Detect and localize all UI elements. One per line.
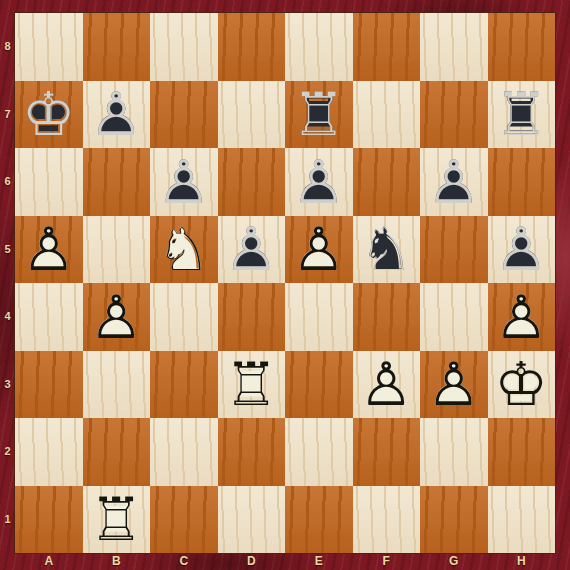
square-f1[interactable] xyxy=(353,486,421,554)
piece-white-king-h3[interactable]: ♚♔ xyxy=(488,351,556,419)
file-label-b: B xyxy=(83,553,151,570)
rank-label-3: 3 xyxy=(0,351,15,419)
square-b4[interactable]: ♟♙ xyxy=(83,283,151,351)
square-b8[interactable] xyxy=(83,13,151,81)
square-d7[interactable] xyxy=(218,81,286,149)
square-h7[interactable]: ♜♖ xyxy=(488,81,556,149)
square-a7[interactable]: ♚♔ xyxy=(15,81,83,149)
rank-label-1: 1 xyxy=(0,486,15,554)
square-f8[interactable] xyxy=(353,13,421,81)
square-c1[interactable] xyxy=(150,486,218,554)
square-b6[interactable] xyxy=(83,148,151,216)
square-f3[interactable]: ♟♙ xyxy=(353,351,421,419)
square-g2[interactable] xyxy=(420,418,488,486)
square-c3[interactable] xyxy=(150,351,218,419)
piece-glyph-outline: ♖ xyxy=(285,81,353,149)
square-d3[interactable]: ♜♖ xyxy=(218,351,286,419)
piece-white-pawn-g3[interactable]: ♟♙ xyxy=(420,351,488,419)
piece-glyph-outline: ♙ xyxy=(420,148,488,216)
square-e5[interactable]: ♟♙ xyxy=(285,216,353,284)
square-f2[interactable] xyxy=(353,418,421,486)
square-c2[interactable] xyxy=(150,418,218,486)
square-e4[interactable] xyxy=(285,283,353,351)
piece-glyph-outline: ♙ xyxy=(353,351,421,419)
file-label-d: D xyxy=(218,553,286,570)
square-e7[interactable]: ♜♖ xyxy=(285,81,353,149)
piece-glyph-outline: ♔ xyxy=(15,81,83,149)
square-g6[interactable]: ♟♙ xyxy=(420,148,488,216)
file-label-a: A xyxy=(15,553,83,570)
piece-black-pawn-e6[interactable]: ♟♙ xyxy=(285,148,353,216)
square-d6[interactable] xyxy=(218,148,286,216)
square-a4[interactable] xyxy=(15,283,83,351)
piece-white-pawn-a5[interactable]: ♟♙ xyxy=(15,216,83,284)
square-a6[interactable] xyxy=(15,148,83,216)
square-h3[interactable]: ♚♔ xyxy=(488,351,556,419)
square-g1[interactable] xyxy=(420,486,488,554)
piece-glyph-outline: ♖ xyxy=(488,81,556,149)
square-f4[interactable] xyxy=(353,283,421,351)
piece-glyph-outline: ♙ xyxy=(285,216,353,284)
square-c4[interactable] xyxy=(150,283,218,351)
square-f5[interactable]: ♞♘ xyxy=(353,216,421,284)
piece-black-pawn-c6[interactable]: ♟♙ xyxy=(150,148,218,216)
square-e2[interactable] xyxy=(285,418,353,486)
piece-glyph-outline: ♙ xyxy=(488,283,556,351)
square-a1[interactable] xyxy=(15,486,83,554)
piece-glyph-outline: ♙ xyxy=(218,216,286,284)
piece-glyph-outline: ♙ xyxy=(15,216,83,284)
square-g7[interactable] xyxy=(420,81,488,149)
file-label-f: F xyxy=(353,553,421,570)
square-b5[interactable] xyxy=(83,216,151,284)
piece-black-king-a7[interactable]: ♚♔ xyxy=(15,81,83,149)
rank-label-4: 4 xyxy=(0,283,15,351)
square-g8[interactable] xyxy=(420,13,488,81)
square-d4[interactable] xyxy=(218,283,286,351)
square-d5[interactable]: ♟♙ xyxy=(218,216,286,284)
square-h8[interactable] xyxy=(488,13,556,81)
piece-glyph-outline: ♙ xyxy=(83,283,151,351)
file-label-h: H xyxy=(488,553,556,570)
rank-label-8: 8 xyxy=(0,13,15,81)
square-e1[interactable] xyxy=(285,486,353,554)
piece-glyph-outline: ♙ xyxy=(83,81,151,149)
piece-white-pawn-b4[interactable]: ♟♙ xyxy=(83,283,151,351)
square-a2[interactable] xyxy=(15,418,83,486)
piece-glyph-outline: ♙ xyxy=(420,351,488,419)
square-c5[interactable]: ♞♘ xyxy=(150,216,218,284)
file-label-g: G xyxy=(420,553,488,570)
piece-glyph-outline: ♙ xyxy=(488,216,556,284)
piece-white-rook-b1[interactable]: ♜♖ xyxy=(83,486,151,554)
square-h2[interactable] xyxy=(488,418,556,486)
piece-glyph-outline: ♙ xyxy=(150,148,218,216)
piece-white-knight-c5[interactable]: ♞♘ xyxy=(150,216,218,284)
piece-black-pawn-g6[interactable]: ♟♙ xyxy=(420,148,488,216)
square-b3[interactable] xyxy=(83,351,151,419)
piece-white-pawn-f3[interactable]: ♟♙ xyxy=(353,351,421,419)
file-label-e: E xyxy=(285,553,353,570)
piece-black-knight-f5[interactable]: ♞♘ xyxy=(353,216,421,284)
piece-glyph-outline: ♖ xyxy=(218,351,286,419)
file-label-c: C xyxy=(150,553,218,570)
square-a3[interactable] xyxy=(15,351,83,419)
piece-black-rook-e7[interactable]: ♜♖ xyxy=(285,81,353,149)
square-e3[interactable] xyxy=(285,351,353,419)
piece-glyph-outline: ♙ xyxy=(285,148,353,216)
piece-white-rook-d3[interactable]: ♜♖ xyxy=(218,351,286,419)
square-b7[interactable]: ♟♙ xyxy=(83,81,151,149)
piece-glyph-outline: ♔ xyxy=(488,351,556,419)
square-d8[interactable] xyxy=(218,13,286,81)
square-a8[interactable] xyxy=(15,13,83,81)
square-d2[interactable] xyxy=(218,418,286,486)
square-f7[interactable] xyxy=(353,81,421,149)
piece-black-pawn-b7[interactable]: ♟♙ xyxy=(83,81,151,149)
square-f6[interactable] xyxy=(353,148,421,216)
square-a5[interactable]: ♟♙ xyxy=(15,216,83,284)
square-b1[interactable]: ♜♖ xyxy=(83,486,151,554)
square-h6[interactable] xyxy=(488,148,556,216)
piece-black-pawn-h5[interactable]: ♟♙ xyxy=(488,216,556,284)
rank-label-2: 2 xyxy=(0,418,15,486)
square-g5[interactable] xyxy=(420,216,488,284)
square-h4[interactable]: ♟♙ xyxy=(488,283,556,351)
square-e8[interactable] xyxy=(285,13,353,81)
square-d1[interactable] xyxy=(218,486,286,554)
square-c6[interactable]: ♟♙ xyxy=(150,148,218,216)
chess-board: ♚♔♟♙♜♖♜♖♟♙♟♙♟♙♟♙♞♘♟♙♟♙♞♘♟♙♟♙♟♙♜♖♟♙♟♙♚♔♜♖ xyxy=(15,13,555,553)
piece-glyph-outline: ♖ xyxy=(83,486,151,554)
piece-black-rook-h7[interactable]: ♜♖ xyxy=(488,81,556,149)
piece-white-pawn-h4[interactable]: ♟♙ xyxy=(488,283,556,351)
rank-label-7: 7 xyxy=(0,81,15,149)
square-c7[interactable] xyxy=(150,81,218,149)
piece-black-pawn-d5[interactable]: ♟♙ xyxy=(218,216,286,284)
rank-label-6: 6 xyxy=(0,148,15,216)
piece-glyph-outline: ♘ xyxy=(150,216,218,284)
square-g4[interactable] xyxy=(420,283,488,351)
rank-label-5: 5 xyxy=(0,216,15,284)
square-h5[interactable]: ♟♙ xyxy=(488,216,556,284)
square-c8[interactable] xyxy=(150,13,218,81)
square-e6[interactable]: ♟♙ xyxy=(285,148,353,216)
chess-diagram: ♚♔♟♙♜♖♜♖♟♙♟♙♟♙♟♙♞♘♟♙♟♙♞♘♟♙♟♙♟♙♜♖♟♙♟♙♚♔♜♖… xyxy=(0,0,570,570)
piece-white-pawn-e5[interactable]: ♟♙ xyxy=(285,216,353,284)
square-b2[interactable] xyxy=(83,418,151,486)
square-g3[interactable]: ♟♙ xyxy=(420,351,488,419)
square-h1[interactable] xyxy=(488,486,556,554)
piece-glyph-outline: ♘ xyxy=(353,216,421,284)
